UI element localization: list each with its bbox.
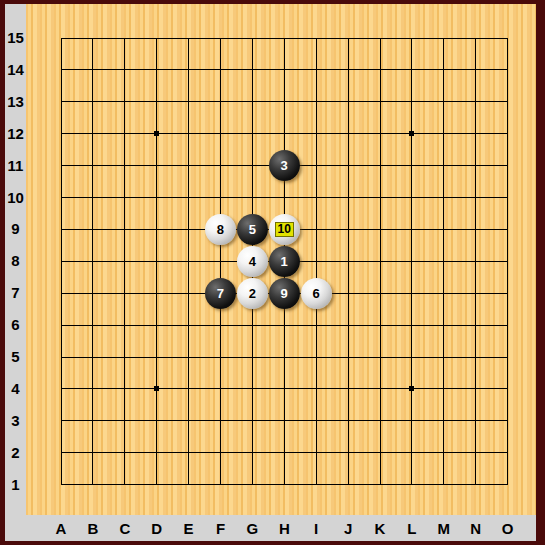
intersection-O12[interactable] — [492, 118, 524, 150]
stone-white-G8: 4 — [237, 246, 268, 277]
intersection-M4[interactable] — [428, 373, 460, 405]
intersection-A6[interactable] — [45, 309, 77, 341]
intersection-D11[interactable] — [141, 150, 173, 182]
intersection-L4[interactable] — [396, 373, 428, 405]
intersection-G4[interactable] — [236, 373, 268, 405]
intersection-G10[interactable] — [236, 182, 268, 214]
row-label-11: 11 — [5, 158, 26, 174]
intersection-M9[interactable] — [428, 213, 460, 245]
col-label-L: L — [402, 521, 422, 537]
intersection-G8[interactable]: 4 — [236, 245, 268, 277]
intersection-J10[interactable] — [332, 182, 364, 214]
intersection-J6[interactable] — [332, 309, 364, 341]
intersection-B8[interactable] — [77, 245, 109, 277]
intersection-O14[interactable] — [492, 54, 524, 86]
stone-move-number: 9 — [281, 287, 288, 300]
intersection-M1[interactable] — [428, 469, 460, 501]
intersection-L15[interactable] — [396, 22, 428, 54]
col-label-M: M — [434, 521, 454, 537]
intersection-H14[interactable] — [268, 54, 300, 86]
intersection-H10[interactable] — [268, 182, 300, 214]
intersection-L2[interactable] — [396, 437, 428, 469]
intersection-C15[interactable] — [109, 22, 141, 54]
intersection-K14[interactable] — [364, 54, 396, 86]
intersection-F14[interactable] — [205, 54, 237, 86]
row-label-12: 12 — [5, 126, 26, 142]
intersection-M7[interactable] — [428, 277, 460, 309]
intersection-L14[interactable] — [396, 54, 428, 86]
intersection-D4[interactable] — [141, 373, 173, 405]
intersection-A3[interactable] — [45, 405, 77, 437]
intersection-K13[interactable] — [364, 86, 396, 118]
intersection-I5[interactable] — [300, 341, 332, 373]
col-label-E: E — [179, 521, 199, 537]
intersection-J8[interactable] — [332, 245, 364, 277]
intersection-D3[interactable] — [141, 405, 173, 437]
intersection-D15[interactable] — [141, 22, 173, 54]
intersection-A15[interactable] — [45, 22, 77, 54]
intersection-I1[interactable] — [300, 469, 332, 501]
row-label-5: 5 — [5, 349, 26, 365]
intersection-F2[interactable] — [205, 437, 237, 469]
intersection-E1[interactable] — [173, 469, 205, 501]
intersection-E2[interactable] — [173, 437, 205, 469]
intersection-B3[interactable] — [77, 405, 109, 437]
intersection-J7[interactable] — [332, 277, 364, 309]
intersection-J4[interactable] — [332, 373, 364, 405]
stone-move-number: 3 — [281, 159, 288, 172]
intersection-K11[interactable] — [364, 150, 396, 182]
col-label-F: F — [211, 521, 231, 537]
row-label-6: 6 — [5, 317, 26, 333]
intersection-I3[interactable] — [300, 405, 332, 437]
intersection-N4[interactable] — [460, 373, 492, 405]
intersection-H5[interactable] — [268, 341, 300, 373]
left-coordinate-gutter: 151413121110987654321 — [5, 4, 26, 541]
intersection-G6[interactable] — [236, 309, 268, 341]
intersection-E7[interactable] — [173, 277, 205, 309]
stone-move-number: 6 — [312, 287, 319, 300]
intersection-E15[interactable] — [173, 22, 205, 54]
intersection-E5[interactable] — [173, 341, 205, 373]
intersection-B14[interactable] — [77, 54, 109, 86]
intersection-I7[interactable]: 6 — [300, 277, 332, 309]
intersection-O4[interactable] — [492, 373, 524, 405]
intersection-N15[interactable] — [460, 22, 492, 54]
intersection-E9[interactable] — [173, 213, 205, 245]
intersection-H11[interactable]: 3 — [268, 150, 300, 182]
intersection-A4[interactable] — [45, 373, 77, 405]
intersection-A13[interactable] — [45, 86, 77, 118]
intersection-E6[interactable] — [173, 309, 205, 341]
intersection-N7[interactable] — [460, 277, 492, 309]
intersection-O3[interactable] — [492, 405, 524, 437]
intersection-N3[interactable] — [460, 405, 492, 437]
intersection-I10[interactable] — [300, 182, 332, 214]
intersection-E14[interactable] — [173, 54, 205, 86]
stone-black-H8: 1 — [269, 246, 300, 277]
intersection-A1[interactable] — [45, 469, 77, 501]
intersection-G15[interactable] — [236, 22, 268, 54]
intersection-O10[interactable] — [492, 182, 524, 214]
intersection-K9[interactable] — [364, 213, 396, 245]
intersection-K1[interactable] — [364, 469, 396, 501]
intersection-K12[interactable] — [364, 118, 396, 150]
intersection-B10[interactable] — [77, 182, 109, 214]
intersection-M14[interactable] — [428, 54, 460, 86]
intersection-J3[interactable] — [332, 405, 364, 437]
intersection-C4[interactable] — [109, 373, 141, 405]
intersection-E13[interactable] — [173, 86, 205, 118]
col-label-G: G — [242, 521, 262, 537]
row-label-1: 1 — [5, 477, 26, 493]
intersection-C1[interactable] — [109, 469, 141, 501]
intersection-C14[interactable] — [109, 54, 141, 86]
intersection-J13[interactable] — [332, 86, 364, 118]
intersection-E8[interactable] — [173, 245, 205, 277]
stone-move-number: 4 — [249, 255, 256, 268]
intersection-F11[interactable] — [205, 150, 237, 182]
intersection-B13[interactable] — [77, 86, 109, 118]
col-label-J: J — [338, 521, 358, 537]
intersection-C3[interactable] — [109, 405, 141, 437]
row-label-14: 14 — [5, 62, 26, 78]
intersection-K3[interactable] — [364, 405, 396, 437]
intersection-H2[interactable] — [268, 437, 300, 469]
row-label-13: 13 — [5, 94, 26, 110]
intersection-F6[interactable] — [205, 309, 237, 341]
intersection-I9[interactable] — [300, 213, 332, 245]
intersection-J15[interactable] — [332, 22, 364, 54]
intersection-L8[interactable] — [396, 245, 428, 277]
col-label-B: B — [83, 521, 103, 537]
intersection-N5[interactable] — [460, 341, 492, 373]
intersection-L10[interactable] — [396, 182, 428, 214]
stone-move-number: 5 — [249, 223, 256, 236]
intersection-D10[interactable] — [141, 182, 173, 214]
intersection-F3[interactable] — [205, 405, 237, 437]
col-label-C: C — [115, 521, 135, 537]
intersection-M6[interactable] — [428, 309, 460, 341]
intersection-M10[interactable] — [428, 182, 460, 214]
row-label-7: 7 — [5, 285, 26, 301]
intersection-M15[interactable] — [428, 22, 460, 54]
intersection-N2[interactable] — [460, 437, 492, 469]
intersection-F15[interactable] — [205, 22, 237, 54]
intersection-C7[interactable] — [109, 277, 141, 309]
go-board-frame: 151413121110987654321 ABCDEFGHIJKLMNO 38… — [0, 0, 545, 545]
intersection-E4[interactable] — [173, 373, 205, 405]
intersection-D14[interactable] — [141, 54, 173, 86]
intersection-D5[interactable] — [141, 341, 173, 373]
intersection-L6[interactable] — [396, 309, 428, 341]
intersection-O7[interactable] — [492, 277, 524, 309]
intersection-M5[interactable] — [428, 341, 460, 373]
intersection-J9[interactable] — [332, 213, 364, 245]
intersection-H7[interactable]: 9 — [268, 277, 300, 309]
intersection-N10[interactable] — [460, 182, 492, 214]
intersection-D9[interactable] — [141, 213, 173, 245]
row-label-15: 15 — [5, 30, 26, 46]
intersection-B1[interactable] — [77, 469, 109, 501]
intersection-O13[interactable] — [492, 86, 524, 118]
stone-white-F9: 8 — [205, 214, 236, 245]
intersection-J5[interactable] — [332, 341, 364, 373]
intersection-O5[interactable] — [492, 341, 524, 373]
intersection-J12[interactable] — [332, 118, 364, 150]
row-label-9: 9 — [5, 221, 26, 237]
intersection-O2[interactable] — [492, 437, 524, 469]
intersection-C9[interactable] — [109, 213, 141, 245]
intersection-H9[interactable]: 10 — [268, 213, 300, 245]
intersection-I13[interactable] — [300, 86, 332, 118]
stone-black-H7: 9 — [269, 278, 300, 309]
intersection-D1[interactable] — [141, 469, 173, 501]
stone-move-number: 1 — [281, 255, 288, 268]
intersection-K7[interactable] — [364, 277, 396, 309]
stone-black-F7: 7 — [205, 278, 236, 309]
intersection-A14[interactable] — [45, 54, 77, 86]
col-label-N: N — [466, 521, 486, 537]
intersection-H12[interactable] — [268, 118, 300, 150]
intersection-N9[interactable] — [460, 213, 492, 245]
intersection-N12[interactable] — [460, 118, 492, 150]
intersection-I14[interactable] — [300, 54, 332, 86]
intersection-J1[interactable] — [332, 469, 364, 501]
intersection-E12[interactable] — [173, 118, 205, 150]
intersection-M12[interactable] — [428, 118, 460, 150]
stone-white-G7: 2 — [237, 278, 268, 309]
stone-black-H11: 3 — [269, 150, 300, 181]
intersection-B12[interactable] — [77, 118, 109, 150]
intersection-N11[interactable] — [460, 150, 492, 182]
intersection-D8[interactable] — [141, 245, 173, 277]
intersection-G2[interactable] — [236, 437, 268, 469]
intersection-M2[interactable] — [428, 437, 460, 469]
stone-move-number: 8 — [217, 223, 224, 236]
row-label-4: 4 — [5, 381, 26, 397]
intersection-H13[interactable] — [268, 86, 300, 118]
intersection-I12[interactable] — [300, 118, 332, 150]
intersection-B4[interactable] — [77, 373, 109, 405]
intersection-F7[interactable]: 7 — [205, 277, 237, 309]
intersection-K2[interactable] — [364, 437, 396, 469]
intersection-O11[interactable] — [492, 150, 524, 182]
board-grid: 38510417296 — [45, 22, 524, 501]
intersection-A12[interactable] — [45, 118, 77, 150]
last-move-highlight: 10 — [275, 222, 294, 237]
intersection-O6[interactable] — [492, 309, 524, 341]
intersection-I6[interactable] — [300, 309, 332, 341]
intersection-K5[interactable] — [364, 341, 396, 373]
intersection-A2[interactable] — [45, 437, 77, 469]
col-label-I: I — [306, 521, 326, 537]
intersection-N14[interactable] — [460, 54, 492, 86]
intersection-C2[interactable] — [109, 437, 141, 469]
stone-move-number: 2 — [249, 287, 256, 300]
intersection-F10[interactable] — [205, 182, 237, 214]
intersection-N13[interactable] — [460, 86, 492, 118]
intersection-F8[interactable] — [205, 245, 237, 277]
intersection-J11[interactable] — [332, 150, 364, 182]
intersection-A9[interactable] — [45, 213, 77, 245]
intersection-L13[interactable] — [396, 86, 428, 118]
intersection-C10[interactable] — [109, 182, 141, 214]
intersection-G14[interactable] — [236, 54, 268, 86]
intersection-N8[interactable] — [460, 245, 492, 277]
intersection-H4[interactable] — [268, 373, 300, 405]
intersection-M3[interactable] — [428, 405, 460, 437]
intersection-C5[interactable] — [109, 341, 141, 373]
intersection-H3[interactable] — [268, 405, 300, 437]
intersection-F4[interactable] — [205, 373, 237, 405]
intersection-G12[interactable] — [236, 118, 268, 150]
intersection-E10[interactable] — [173, 182, 205, 214]
intersection-B2[interactable] — [77, 437, 109, 469]
intersection-B15[interactable] — [77, 22, 109, 54]
intersection-D7[interactable] — [141, 277, 173, 309]
bottom-coordinate-gutter: ABCDEFGHIJKLMNO — [5, 515, 536, 541]
intersection-F9[interactable]: 8 — [205, 213, 237, 245]
intersection-L12[interactable] — [396, 118, 428, 150]
col-label-D: D — [147, 521, 167, 537]
intersection-C8[interactable] — [109, 245, 141, 277]
intersection-H15[interactable] — [268, 22, 300, 54]
intersection-B7[interactable] — [77, 277, 109, 309]
intersection-G11[interactable] — [236, 150, 268, 182]
intersection-K10[interactable] — [364, 182, 396, 214]
intersection-G3[interactable] — [236, 405, 268, 437]
intersection-E11[interactable] — [173, 150, 205, 182]
intersection-J2[interactable] — [332, 437, 364, 469]
intersection-G5[interactable] — [236, 341, 268, 373]
intersection-A8[interactable] — [45, 245, 77, 277]
stone-move-number: 7 — [217, 287, 224, 300]
intersection-C12[interactable] — [109, 118, 141, 150]
intersection-D12[interactable] — [141, 118, 173, 150]
intersection-A10[interactable] — [45, 182, 77, 214]
intersection-L3[interactable] — [396, 405, 428, 437]
intersection-E3[interactable] — [173, 405, 205, 437]
intersection-A11[interactable] — [45, 150, 77, 182]
intersection-O9[interactable] — [492, 213, 524, 245]
intersection-K8[interactable] — [364, 245, 396, 277]
intersection-K6[interactable] — [364, 309, 396, 341]
col-label-H: H — [274, 521, 294, 537]
intersection-K15[interactable] — [364, 22, 396, 54]
intersection-I4[interactable] — [300, 373, 332, 405]
intersection-F5[interactable] — [205, 341, 237, 373]
row-label-8: 8 — [5, 253, 26, 269]
intersection-O15[interactable] — [492, 22, 524, 54]
row-label-3: 3 — [5, 413, 26, 429]
intersection-L5[interactable] — [396, 341, 428, 373]
intersection-H6[interactable] — [268, 309, 300, 341]
intersection-D13[interactable] — [141, 86, 173, 118]
intersection-J14[interactable] — [332, 54, 364, 86]
col-label-O: O — [498, 521, 518, 537]
intersection-B6[interactable] — [77, 309, 109, 341]
intersection-G13[interactable] — [236, 86, 268, 118]
row-label-10: 10 — [5, 190, 26, 206]
intersection-L7[interactable] — [396, 277, 428, 309]
stone-white-I7: 6 — [301, 278, 332, 309]
intersection-L9[interactable] — [396, 213, 428, 245]
intersection-L11[interactable] — [396, 150, 428, 182]
intersection-H1[interactable] — [268, 469, 300, 501]
intersection-C6[interactable] — [109, 309, 141, 341]
intersection-D2[interactable] — [141, 437, 173, 469]
go-board[interactable]: 38510417296 — [26, 4, 536, 515]
intersection-M11[interactable] — [428, 150, 460, 182]
intersection-F13[interactable] — [205, 86, 237, 118]
intersection-N1[interactable] — [460, 469, 492, 501]
intersection-I11[interactable] — [300, 150, 332, 182]
intersection-B9[interactable] — [77, 213, 109, 245]
intersection-L1[interactable] — [396, 469, 428, 501]
intersection-A7[interactable] — [45, 277, 77, 309]
stone-white-H9: 10 — [269, 214, 300, 245]
intersection-F1[interactable] — [205, 469, 237, 501]
intersection-H8[interactable]: 1 — [268, 245, 300, 277]
intersection-N6[interactable] — [460, 309, 492, 341]
intersection-F12[interactable] — [205, 118, 237, 150]
col-label-A: A — [51, 521, 71, 537]
intersection-K4[interactable] — [364, 373, 396, 405]
intersection-M8[interactable] — [428, 245, 460, 277]
stone-black-G9: 5 — [237, 214, 268, 245]
intersection-I8[interactable] — [300, 245, 332, 277]
intersection-C13[interactable] — [109, 86, 141, 118]
intersection-B11[interactable] — [77, 150, 109, 182]
intersection-G1[interactable] — [236, 469, 268, 501]
intersection-C11[interactable] — [109, 150, 141, 182]
row-label-2: 2 — [5, 445, 26, 461]
intersection-O1[interactable] — [492, 469, 524, 501]
intersection-B5[interactable] — [77, 341, 109, 373]
intersection-I2[interactable] — [300, 437, 332, 469]
intersection-I15[interactable] — [300, 22, 332, 54]
intersection-G9[interactable]: 5 — [236, 213, 268, 245]
intersection-D6[interactable] — [141, 309, 173, 341]
intersection-A5[interactable] — [45, 341, 77, 373]
col-label-K: K — [370, 521, 390, 537]
intersection-M13[interactable] — [428, 86, 460, 118]
intersection-O8[interactable] — [492, 245, 524, 277]
intersection-G7[interactable]: 2 — [236, 277, 268, 309]
